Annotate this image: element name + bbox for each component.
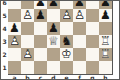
file-label-f: f — [73, 74, 86, 80]
board-square-f2[interactable] — [73, 48, 86, 61]
board-square-d2[interactable] — [47, 48, 60, 61]
board-square-b1[interactable] — [21, 61, 34, 74]
board-square-e1[interactable] — [60, 61, 73, 74]
board-square-c4[interactable] — [34, 22, 47, 35]
file-label-g: g — [86, 74, 99, 80]
rank-label-5: 5 — [1, 12, 8, 19]
rank-label-1: 1 — [1, 64, 8, 71]
chessboard-screenshot: ♟♟♟♟♟♙♟♟♙♟♙♟♟♟♟♙♛♕♞♜♖♟♙♚♔♜♖ 12345678 abc… — [0, 0, 120, 80]
chess-piece-white-a3[interactable]: ♟♙ — [8, 35, 21, 48]
chess-piece-white-f5[interactable]: ♟♙ — [73, 9, 86, 22]
file-label-d: d — [47, 74, 60, 80]
board-square-d1[interactable] — [47, 61, 60, 74]
board-square-g6[interactable] — [86, 0, 99, 9]
chess-piece-white-e5[interactable]: ♟♙ — [60, 9, 73, 22]
board-square-f1[interactable] — [73, 61, 86, 74]
file-label-h: h — [99, 74, 112, 80]
chess-piece-white-d3[interactable]: ♛♕ — [47, 35, 60, 48]
chess-piece-white-b5[interactable]: ♟♙ — [21, 9, 34, 22]
rank-label-2: 2 — [1, 51, 8, 58]
rank-label-3: 3 — [1, 38, 8, 45]
board-square-a2[interactable] — [8, 48, 21, 61]
board-square-a6[interactable] — [8, 0, 21, 9]
chess-piece-white-b2[interactable]: ♟♙ — [21, 48, 34, 61]
board-square-g1[interactable] — [86, 61, 99, 74]
board-square-g3[interactable] — [86, 35, 99, 48]
board-square-g2[interactable] — [86, 48, 99, 61]
board-square-g5[interactable] — [86, 9, 99, 22]
board-square-b4[interactable] — [21, 22, 34, 35]
rank-label-4: 4 — [1, 25, 8, 32]
board-square-c2[interactable] — [34, 48, 47, 61]
board-square-h1[interactable] — [99, 61, 112, 74]
rank-label-6: 6 — [1, 0, 8, 6]
file-label-e: e — [60, 74, 73, 80]
chess-piece-black-c5[interactable]: ♟ — [34, 9, 47, 22]
chess-piece-black-d6[interactable]: ♟ — [47, 0, 60, 9]
file-label-c: c — [34, 74, 47, 80]
file-label-a: a — [8, 74, 21, 80]
board-square-c3[interactable] — [34, 35, 47, 48]
board-square-f4[interactable] — [73, 22, 86, 35]
board-square-c1[interactable] — [34, 61, 47, 74]
chess-piece-white-h2[interactable]: ♜♖ — [99, 48, 112, 61]
chess-board[interactable]: ♟♟♟♟♟♙♟♟♙♟♙♟♟♟♟♙♛♕♞♜♖♟♙♚♔♜♖ — [8, 0, 113, 75]
file-label-b: b — [21, 74, 34, 80]
chess-piece-white-e2[interactable]: ♚♔ — [60, 48, 73, 61]
chess-piece-black-h5[interactable]: ♟ — [99, 9, 112, 22]
board-square-f3[interactable] — [73, 35, 86, 48]
board-square-g4[interactable] — [86, 22, 99, 35]
board-square-a1[interactable] — [8, 61, 21, 74]
